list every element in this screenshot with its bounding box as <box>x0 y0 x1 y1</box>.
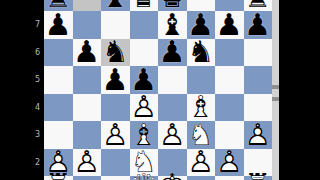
square-d8[interactable]: ♛ <box>130 0 159 11</box>
piece-outline-glyph: ♔ <box>158 171 187 180</box>
piece-outline-glyph: ♙ <box>215 149 244 177</box>
square-c3[interactable]: ♟♙ <box>101 121 130 149</box>
square-e6[interactable]: ♟ <box>158 39 187 67</box>
square-d7[interactable] <box>130 11 159 39</box>
chess-board: ♜♝♛♚♜♟♝♟♟♟♟♞♟♞♟♟♟♙♝♗♟♙♝♗♟♙♞♘♟♙♟♙♟♙♞♘♟♙♟♙… <box>44 0 272 180</box>
square-g6[interactable] <box>215 39 244 67</box>
black-pawn-b6[interactable]: ♟ <box>73 39 102 67</box>
rank-label-2: 2 <box>30 149 42 177</box>
chess-app-frame: 87654321 ♜♝♛♚♜♟♝♟♟♟♟♞♟♞♟♟♟♙♝♗♟♙♝♗♟♙♞♘♟♙♟… <box>0 0 320 180</box>
rank-label-3: 3 <box>30 121 42 149</box>
square-g5[interactable] <box>215 66 244 94</box>
square-h6[interactable] <box>244 39 273 67</box>
piece-outline-glyph: ♙ <box>187 149 216 177</box>
square-h3[interactable]: ♟♙ <box>244 121 273 149</box>
piece-glyph: ♟ <box>244 11 273 39</box>
square-d1[interactable]: ♛♕ <box>130 176 159 180</box>
piece-outline-glyph: ♙ <box>158 121 187 149</box>
square-f1[interactable] <box>187 176 216 180</box>
rank-label-4: 4 <box>30 94 42 122</box>
piece-glyph: ♝ <box>101 0 130 11</box>
square-c8[interactable]: ♝ <box>101 0 130 11</box>
square-b8[interactable] <box>73 0 102 11</box>
rank-labels-column: 87654321 <box>30 0 42 180</box>
edge-tick <box>272 97 279 101</box>
piece-glyph: ♞ <box>187 39 216 67</box>
square-c5[interactable]: ♟ <box>101 66 130 94</box>
square-c1[interactable] <box>101 176 130 180</box>
square-b6[interactable]: ♟ <box>73 39 102 67</box>
white-pawn-h3[interactable]: ♟♙ <box>244 121 273 149</box>
square-f2[interactable]: ♟♙ <box>187 149 216 177</box>
black-pawn-a7[interactable]: ♟ <box>44 11 73 39</box>
black-pawn-c5[interactable]: ♟ <box>101 66 130 94</box>
black-pawn-g7[interactable]: ♟ <box>215 11 244 39</box>
white-king-e1[interactable]: ♚♔ <box>158 176 187 180</box>
black-pawn-e6[interactable]: ♟ <box>158 39 187 67</box>
piece-outline-glyph: ♕ <box>130 171 159 180</box>
piece-outline-glyph: ♖ <box>44 171 73 180</box>
square-g4[interactable] <box>215 94 244 122</box>
piece-outline-glyph: ♙ <box>73 149 102 177</box>
square-e1[interactable]: ♚♔ <box>158 176 187 180</box>
piece-outline-glyph: ♙ <box>244 121 273 149</box>
white-rook-a1[interactable]: ♜♖ <box>44 176 73 180</box>
white-queen-d1[interactable]: ♛♕ <box>130 176 159 180</box>
square-c2[interactable] <box>101 149 130 177</box>
white-pawn-g2[interactable]: ♟♙ <box>215 149 244 177</box>
black-pawn-h7[interactable]: ♟ <box>244 11 273 39</box>
white-pawn-c3[interactable]: ♟♙ <box>101 121 130 149</box>
piece-glyph: ♟ <box>73 39 102 67</box>
square-h7[interactable]: ♟ <box>244 11 273 39</box>
square-a4[interactable] <box>44 94 73 122</box>
black-knight-f6[interactable]: ♞ <box>187 39 216 67</box>
square-b4[interactable] <box>73 94 102 122</box>
square-b1[interactable] <box>73 176 102 180</box>
piece-glyph: ♟ <box>158 39 187 67</box>
rank-label-8: 8 <box>30 0 42 11</box>
white-pawn-b2[interactable]: ♟♙ <box>73 149 102 177</box>
piece-glyph: ♟ <box>44 11 73 39</box>
piece-glyph: ♛ <box>130 0 159 11</box>
square-a5[interactable] <box>44 66 73 94</box>
square-h1[interactable]: ♜♖ <box>244 176 273 180</box>
white-rook-h1[interactable]: ♜♖ <box>244 176 273 180</box>
square-e5[interactable] <box>158 66 187 94</box>
rank-label-5: 5 <box>30 66 42 94</box>
square-g2[interactable]: ♟♙ <box>215 149 244 177</box>
square-g7[interactable]: ♟ <box>215 11 244 39</box>
black-bishop-c8[interactable]: ♝ <box>101 0 130 11</box>
square-b2[interactable]: ♟♙ <box>73 149 102 177</box>
piece-glyph: ♟ <box>101 66 130 94</box>
square-e3[interactable]: ♟♙ <box>158 121 187 149</box>
white-pawn-f2[interactable]: ♟♙ <box>187 149 216 177</box>
square-g1[interactable] <box>215 176 244 180</box>
white-pawn-e3[interactable]: ♟♙ <box>158 121 187 149</box>
square-a7[interactable]: ♟ <box>44 11 73 39</box>
board-edge-strip <box>272 0 279 180</box>
piece-outline-glyph: ♖ <box>244 171 273 180</box>
piece-glyph: ♟ <box>215 11 244 39</box>
piece-outline-glyph: ♙ <box>101 121 130 149</box>
square-a1[interactable]: ♜♖ <box>44 176 73 180</box>
square-h5[interactable] <box>244 66 273 94</box>
edge-tick <box>272 85 279 89</box>
rank-label-6: 6 <box>30 39 42 67</box>
square-b5[interactable] <box>73 66 102 94</box>
rank-label-7: 7 <box>30 11 42 39</box>
square-f6[interactable]: ♞ <box>187 39 216 67</box>
square-a6[interactable] <box>44 39 73 67</box>
black-queen-d8[interactable]: ♛ <box>130 0 159 11</box>
rank-label-1: 1 <box>30 176 42 180</box>
